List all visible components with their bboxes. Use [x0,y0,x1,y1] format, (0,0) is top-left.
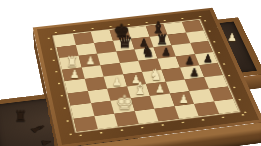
square-f2[interactable]: ♟ [170,91,194,106]
white-pawn-piece[interactable]: ♟ [63,69,85,80]
square-e6[interactable]: ♞ [134,47,157,60]
white-rook-piece[interactable]: ♜ [61,54,83,68]
white-pawn-piece[interactable]: ♟ [149,83,172,94]
square-c2[interactable]: ♚ [110,98,134,113]
white-pawn-piece[interactable]: ♟ [80,55,102,66]
chess-box: ♚♝♛♟♜♜♟♞♟♟♟♟♟♟♞♟♝♟♚♟ ♜♝♟♟ ♛♟♝ [33,8,261,146]
black-pawn-captured-piece[interactable]: ♟ [39,138,53,146]
square-d7[interactable]: ♛ [112,39,134,52]
square-a5[interactable]: ♟ [62,67,84,81]
square-c4[interactable]: ♟ [104,74,127,88]
black-bishop-captured-piece[interactable]: ♝ [26,122,48,136]
black-queen-piece[interactable]: ♛ [114,33,135,51]
black-rook-captured-piece[interactable]: ♜ [9,109,32,124]
black-knight-piece[interactable]: ♞ [137,45,159,60]
black-pawn-piece[interactable]: ♟ [156,46,178,57]
white-pawn-piece[interactable]: ♟ [106,76,128,87]
chess-set-photo: ♚♝♛♟♜♜♟♞♟♟♟♟♟♟♞♟♝♟♚♟ ♜♝♟♟ ♛♟♝ [0,0,261,146]
black-pawn-piece[interactable]: ♟ [183,67,205,78]
square-g4[interactable]: ♟ [180,65,204,79]
white-pawn-piece[interactable]: ♟ [172,93,195,104]
white-king-piece[interactable]: ♚ [113,92,136,112]
black-pawn-piece[interactable]: ♟ [179,55,201,66]
